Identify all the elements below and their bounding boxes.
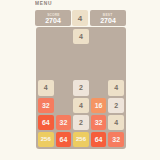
score-label: SCORE: [47, 14, 60, 17]
tile-256[interactable]: 256: [38, 132, 54, 147]
empty-cell[interactable]: [73, 46, 89, 61]
empty-cell[interactable]: [56, 29, 72, 44]
empty-cell[interactable]: [56, 63, 72, 78]
empty-cell[interactable]: [91, 63, 107, 78]
empty-cell[interactable]: [91, 46, 107, 61]
score-box: SCORE 2704: [35, 10, 71, 26]
best-label: BEST: [103, 14, 112, 17]
empty-cell[interactable]: [56, 98, 72, 113]
tile-32[interactable]: 32: [38, 98, 54, 113]
game-board[interactable]: 442432416264322324256642566432: [36, 27, 126, 149]
empty-cell[interactable]: [91, 80, 107, 95]
tile-16[interactable]: 16: [91, 98, 107, 113]
tile-4[interactable]: 4: [38, 80, 54, 95]
empty-cell[interactable]: [56, 46, 72, 61]
score-value: 2704: [45, 17, 61, 24]
tile-4[interactable]: 4: [108, 80, 124, 95]
empty-cell[interactable]: [38, 46, 54, 61]
tile-4[interactable]: 4: [73, 98, 89, 113]
game-screen: MENU SCORE 2704 4 BEST 2704 442432416264…: [0, 0, 160, 160]
tile-256[interactable]: 256: [73, 132, 89, 147]
best-value: 2704: [100, 17, 116, 24]
tile-2[interactable]: 2: [73, 80, 89, 95]
empty-cell[interactable]: [108, 29, 124, 44]
empty-cell[interactable]: [91, 29, 107, 44]
tile-4[interactable]: 4: [73, 29, 89, 44]
best-box: BEST 2704: [90, 10, 126, 26]
tile-64[interactable]: 64: [91, 132, 107, 147]
tile-32[interactable]: 32: [56, 115, 72, 130]
menu-button[interactable]: MENU: [35, 1, 52, 6]
tile-2[interactable]: 2: [108, 98, 124, 113]
empty-cell[interactable]: [108, 63, 124, 78]
tile-64[interactable]: 64: [38, 115, 54, 130]
empty-cell[interactable]: [56, 80, 72, 95]
empty-cell[interactable]: [73, 63, 89, 78]
tile-2[interactable]: 2: [73, 115, 89, 130]
tile-32[interactable]: 32: [108, 132, 124, 147]
next-tile-preview: 4: [72, 10, 88, 26]
tile-4[interactable]: 4: [108, 115, 124, 130]
empty-cell[interactable]: [108, 46, 124, 61]
tile-64[interactable]: 64: [56, 132, 72, 147]
empty-cell[interactable]: [38, 63, 54, 78]
tile-32[interactable]: 32: [91, 115, 107, 130]
empty-cell[interactable]: [38, 29, 54, 44]
